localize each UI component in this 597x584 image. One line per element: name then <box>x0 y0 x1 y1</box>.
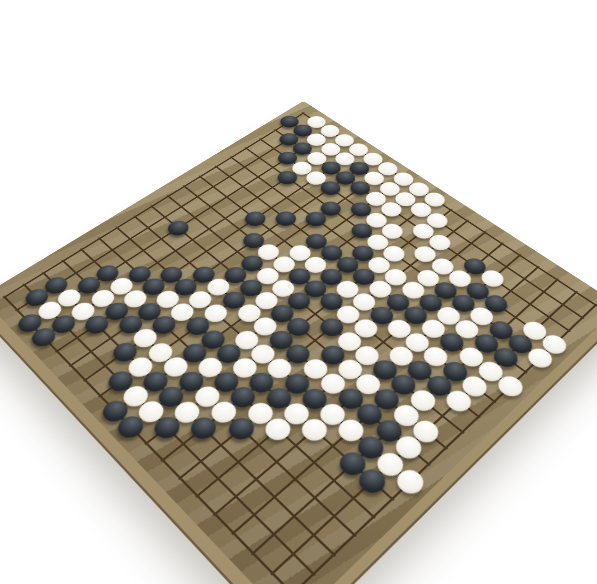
go-board <box>0 101 597 584</box>
black-stone <box>352 431 387 462</box>
black-stone <box>282 315 314 340</box>
white-stone <box>333 356 366 383</box>
white-stone <box>128 326 160 352</box>
white-stone <box>538 331 570 357</box>
black-stone <box>315 342 348 369</box>
stones-layer <box>4 113 595 584</box>
black-stone <box>422 371 456 399</box>
white-stone <box>242 399 276 429</box>
black-stone <box>366 303 398 328</box>
white-stone <box>206 398 240 428</box>
white-stone <box>332 302 364 327</box>
white-stone <box>230 327 262 353</box>
black-stone <box>403 357 436 384</box>
white-stone <box>333 328 365 354</box>
white-stone <box>143 339 176 366</box>
white-stone <box>407 416 442 446</box>
black-stone <box>100 299 131 324</box>
black-stone <box>370 416 405 446</box>
black-stone <box>196 327 228 353</box>
black-stone <box>264 328 296 354</box>
black-stone <box>174 368 207 396</box>
white-stone <box>388 401 423 431</box>
black-stone <box>154 382 188 411</box>
black-stone <box>81 312 113 337</box>
white-stone <box>158 354 191 381</box>
black-stone <box>223 414 258 444</box>
white-stone <box>248 314 280 339</box>
white-stone <box>473 358 506 385</box>
black-stone <box>226 383 260 412</box>
white-stone <box>401 329 433 355</box>
white-stone <box>134 397 168 426</box>
white-stone <box>350 342 383 369</box>
white-stone <box>390 432 426 463</box>
black-stone <box>133 300 164 325</box>
white-stone <box>441 386 475 415</box>
white-stone <box>246 341 279 368</box>
white-stone <box>333 415 368 445</box>
white-stone <box>385 343 418 370</box>
white-stone <box>190 383 224 412</box>
black-stone <box>435 330 467 356</box>
white-stone <box>228 354 261 381</box>
white-stone <box>405 386 439 415</box>
black-stone <box>353 465 389 498</box>
black-stone <box>469 330 501 356</box>
white-stone <box>297 415 332 445</box>
white-stone <box>315 400 349 430</box>
white-stone <box>118 382 152 411</box>
black-stone <box>369 385 403 414</box>
white-stone <box>383 316 415 341</box>
white-stone <box>193 354 226 381</box>
white-stone <box>263 355 296 382</box>
black-stone <box>148 313 180 338</box>
black-stone <box>27 324 59 350</box>
white-stone <box>457 372 491 400</box>
black-stone <box>139 367 172 395</box>
black-stone <box>368 356 401 383</box>
white-stone <box>34 298 65 323</box>
white-stone <box>523 345 556 372</box>
white-stone <box>419 343 452 370</box>
photo-scene <box>0 0 597 584</box>
white-stone <box>451 317 483 342</box>
white-stone <box>123 353 156 380</box>
black-stone <box>261 384 295 413</box>
white-stone <box>170 398 204 427</box>
white-stone <box>372 448 408 480</box>
white-stone <box>349 315 381 340</box>
black-stone <box>14 311 46 336</box>
black-stone <box>280 369 314 397</box>
black-stone <box>113 412 148 442</box>
black-stone <box>97 396 131 425</box>
black-stone <box>297 384 331 413</box>
black-stone <box>109 339 142 365</box>
white-stone <box>233 301 264 326</box>
black-stone <box>114 312 146 337</box>
white-stone <box>518 318 550 343</box>
white-stone <box>417 316 449 341</box>
black-stone <box>186 413 221 443</box>
black-stone <box>399 303 431 328</box>
black-stone <box>488 344 521 371</box>
white-stone <box>493 373 527 401</box>
white-stone <box>392 465 429 498</box>
black-stone <box>178 340 211 367</box>
white-stone <box>260 414 295 444</box>
black-stone <box>316 315 348 340</box>
black-stone <box>266 301 297 326</box>
black-stone <box>181 313 213 338</box>
white-stone <box>466 304 498 329</box>
white-stone <box>315 370 349 398</box>
black-stone <box>438 357 471 384</box>
black-stone <box>334 447 370 479</box>
white-stone <box>454 344 487 371</box>
black-stone <box>281 341 314 368</box>
black-stone <box>386 371 420 399</box>
white-stone <box>199 301 230 326</box>
black-stone <box>212 340 245 367</box>
white-stone <box>298 355 331 382</box>
black-stone <box>209 368 242 396</box>
black-stone <box>149 413 184 443</box>
black-stone <box>484 317 516 342</box>
black-stone <box>333 385 367 414</box>
white-stone <box>67 299 98 324</box>
black-stone <box>244 369 278 397</box>
white-stone <box>432 304 464 329</box>
white-stone <box>351 370 385 398</box>
white-stone <box>279 399 313 429</box>
black-stone <box>47 311 79 336</box>
white-stone <box>166 300 197 325</box>
black-stone <box>352 400 387 430</box>
black-stone <box>103 367 136 395</box>
black-stone <box>504 331 536 357</box>
